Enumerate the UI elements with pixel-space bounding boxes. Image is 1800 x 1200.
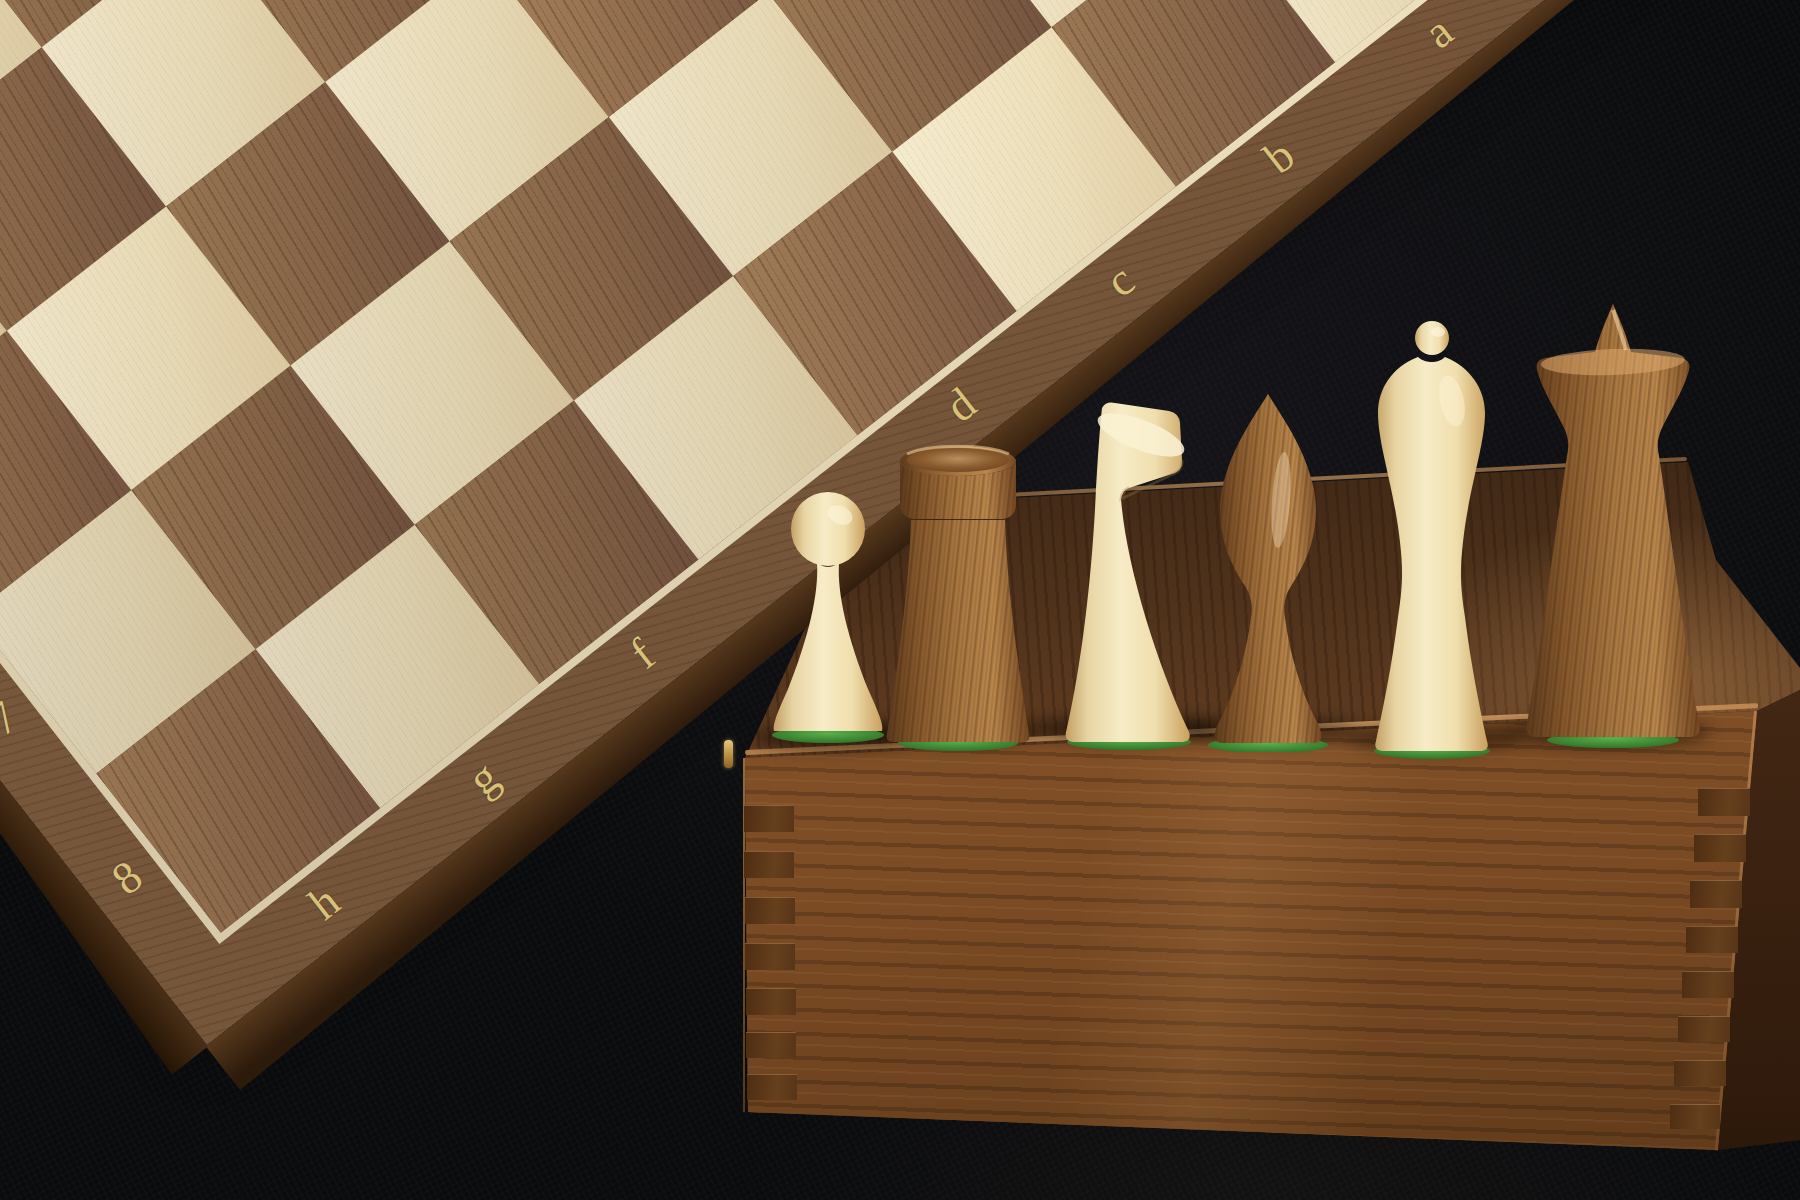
piece-black-queen (1513, 300, 1713, 752)
brass-hinge-icon (724, 740, 733, 768)
finger-joint (744, 851, 794, 878)
finger-joint (1698, 788, 1750, 816)
finger-joint (1694, 834, 1746, 862)
rank-label-8: 8 (104, 853, 150, 903)
rank-label-7: 7 (0, 693, 26, 743)
finger-joint (1690, 880, 1742, 908)
file-label-f: f (622, 631, 662, 677)
piece-black-rook (878, 440, 1038, 756)
finger-joint (744, 805, 794, 832)
finger-joint (1678, 1016, 1730, 1042)
finger-joint (746, 988, 796, 1015)
file-label-c: c (1098, 256, 1142, 305)
piece-black-bishop (1188, 390, 1348, 756)
finger-joint (1674, 1060, 1726, 1086)
file-label-h: h (301, 877, 347, 927)
finger-joint (1682, 971, 1734, 998)
finger-joint (1686, 926, 1738, 953)
file-label-a: a (1416, 8, 1460, 57)
piece-white-king (1356, 317, 1506, 763)
piece-white-pawn (758, 489, 898, 748)
scene: hgfedcba12345678 (0, 0, 1800, 1200)
finger-joint (745, 897, 795, 924)
finger-joint (1670, 1104, 1720, 1129)
finger-joint (747, 1074, 797, 1100)
finger-joint (746, 1032, 796, 1058)
file-label-g: g (460, 753, 506, 803)
finger-joint (745, 943, 795, 970)
file-label-b: b (1256, 131, 1302, 181)
file-label-d: d (938, 380, 984, 430)
